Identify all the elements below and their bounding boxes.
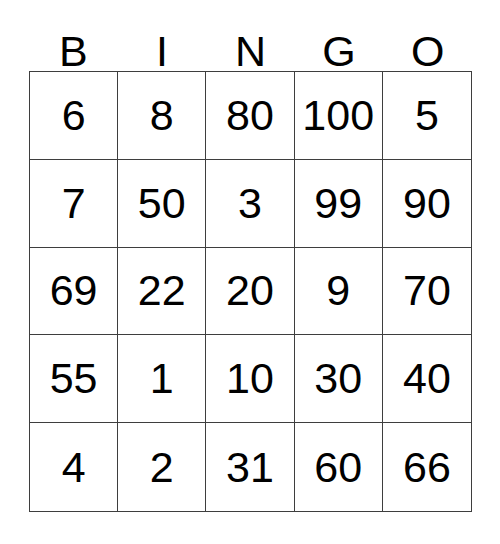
cell-r4-c3: 10	[206, 335, 294, 423]
cell-r2-c1: 7	[30, 160, 118, 248]
cell-r1-c5: 5	[383, 72, 471, 160]
header-letter: G	[322, 30, 355, 73]
cell-r4-c2: 1	[118, 335, 206, 423]
cell-r1-c3: 80	[206, 72, 294, 160]
column-letter-n: N	[206, 0, 295, 71]
cell-r5-c2: 2	[118, 423, 206, 511]
column-letter-g: G	[295, 0, 384, 71]
cell-r5-c5: 66	[383, 423, 471, 511]
column-letter-i: I	[118, 0, 207, 71]
bingo-header-row: B I N G O	[29, 0, 472, 71]
cell-r5-c3: 31	[206, 423, 294, 511]
cell-r2-c5: 90	[383, 160, 471, 248]
cell-r4-c4: 30	[295, 335, 383, 423]
header-letter: B	[59, 30, 88, 73]
cell-r3-c1: 69	[30, 248, 118, 336]
cell-r3-c3: 20	[206, 248, 294, 336]
cell-r2-c2: 50	[118, 160, 206, 248]
cell-r4-c5: 40	[383, 335, 471, 423]
cell-r2-c3: 3	[206, 160, 294, 248]
cell-r3-c2: 22	[118, 248, 206, 336]
column-letter-b: B	[29, 0, 118, 71]
header-letter: I	[156, 30, 168, 73]
cell-r5-c1: 4	[30, 423, 118, 511]
header-letter: O	[411, 30, 444, 73]
cell-r5-c4: 60	[295, 423, 383, 511]
cell-r3-c5: 70	[383, 248, 471, 336]
header-letter: N	[235, 30, 266, 73]
cell-r1-c1: 6	[30, 72, 118, 160]
cell-r3-c4: 9	[295, 248, 383, 336]
cell-r4-c1: 55	[30, 335, 118, 423]
bingo-grid: 6 8 80 100 5 7 50 3 99 90 69 22 20 9 70 …	[29, 71, 472, 512]
cell-r1-c4: 100	[295, 72, 383, 160]
cell-r2-c4: 99	[295, 160, 383, 248]
cell-r1-c2: 8	[118, 72, 206, 160]
bingo-card: B I N G O 6 8 80 100 5 7 50 3 99 90 69 2…	[0, 0, 500, 544]
column-letter-o: O	[383, 0, 472, 71]
